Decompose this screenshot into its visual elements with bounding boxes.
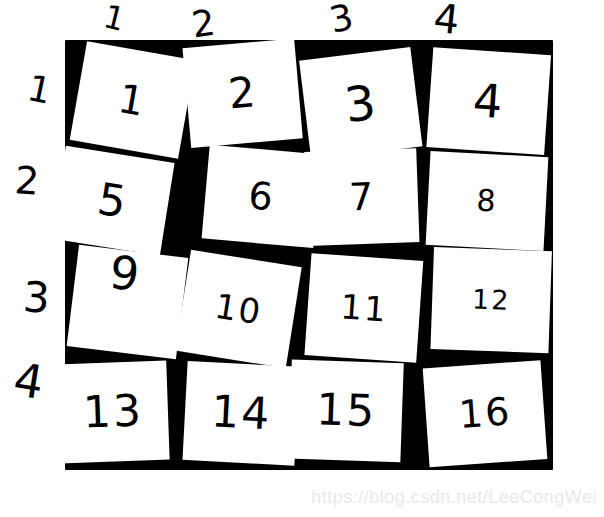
- row-label-4: 4: [11, 356, 47, 406]
- row-label-2: 2: [14, 161, 41, 201]
- grid-cell-r3c4: 12: [430, 247, 552, 353]
- grid-cell-r1c1: 1: [70, 41, 196, 159]
- grid-cell-r4c4: 16: [423, 360, 548, 467]
- grid-cell-r3c1: 9: [67, 245, 189, 359]
- grid-cell-r1c2: 2: [183, 38, 304, 147]
- row-label-3: 3: [22, 276, 51, 319]
- grid-cell-r4c2: 14: [182, 361, 299, 466]
- column-label-2: 2: [190, 5, 218, 44]
- grid-cell-r2c3: 7: [305, 148, 421, 246]
- grid-cell-r1c4: 4: [426, 47, 551, 155]
- grid-cell-r2c1: 5: [51, 146, 174, 256]
- grid-cell-r3c3: 11: [305, 253, 424, 362]
- grid-cell-r2c4: 8: [426, 151, 549, 251]
- grid-board: 1 2 3 4 5 6 7 8 9 10 11 12 13 14 15 16: [65, 40, 553, 470]
- column-label-4: 4: [432, 0, 461, 40]
- grid-cell-r1c3: 3: [300, 47, 424, 160]
- watermark-url: https://blog.csdn.net/LeeCongWei: [311, 487, 597, 508]
- row-label-1: 1: [25, 70, 55, 110]
- grid-cell-r3c2: 10: [175, 250, 302, 368]
- grid-cell-r4c3: 15: [289, 359, 405, 462]
- grid-cell-r4c1: 13: [56, 361, 169, 464]
- column-label-1: 1: [100, 0, 127, 36]
- column-label-3: 3: [327, 0, 357, 39]
- hand-drawn-grid-diagram: 1 2 3 4 1 2 3 4 1 2 3 4 5 6 7 8 9 10 11 …: [0, 0, 604, 517]
